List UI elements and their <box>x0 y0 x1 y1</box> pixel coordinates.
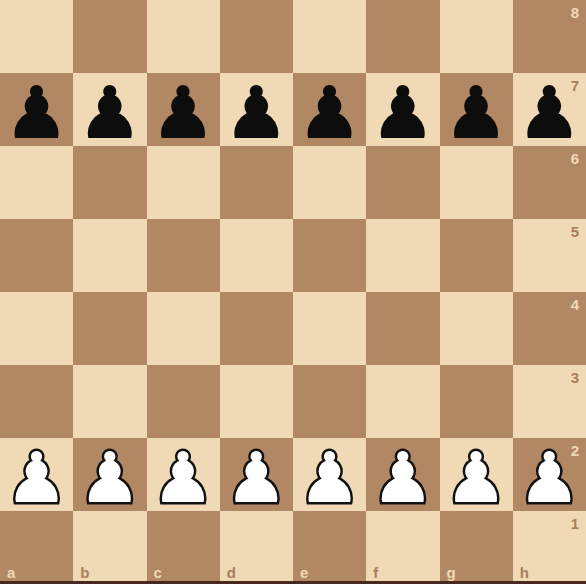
square-a2[interactable]: ♟ <box>0 438 73 511</box>
file-label-a: a <box>7 565 15 580</box>
square-h7[interactable]: ♟7 <box>513 73 586 146</box>
white-pawn[interactable]: ♟ <box>445 443 508 512</box>
white-pawn[interactable]: ♟ <box>298 443 361 512</box>
square-h8[interactable]: 8 <box>513 0 586 73</box>
square-g5[interactable] <box>440 219 513 292</box>
square-b7[interactable]: ♟ <box>73 73 146 146</box>
square-g3[interactable] <box>440 365 513 438</box>
black-pawn[interactable]: ♟ <box>5 78 68 147</box>
square-c2[interactable]: ♟ <box>147 438 220 511</box>
square-c7[interactable]: ♟ <box>147 73 220 146</box>
square-g7[interactable]: ♟ <box>440 73 513 146</box>
square-f8[interactable] <box>366 0 439 73</box>
square-c8[interactable] <box>147 0 220 73</box>
square-g8[interactable] <box>440 0 513 73</box>
square-e3[interactable] <box>293 365 366 438</box>
square-a3[interactable] <box>0 365 73 438</box>
file-label-b: b <box>80 565 89 580</box>
rank-label-6: 6 <box>571 151 579 166</box>
file-label-d: d <box>227 565 236 580</box>
file-label-f: f <box>373 565 378 580</box>
black-pawn[interactable]: ♟ <box>371 78 434 147</box>
file-label-e: e <box>300 565 308 580</box>
square-b5[interactable] <box>73 219 146 292</box>
black-pawn[interactable]: ♟ <box>225 78 288 147</box>
square-h4[interactable]: 4 <box>513 292 586 365</box>
white-pawn[interactable]: ♟ <box>152 443 215 512</box>
square-e6[interactable] <box>293 146 366 219</box>
black-pawn[interactable]: ♟ <box>152 78 215 147</box>
white-pawn[interactable]: ♟ <box>371 443 434 512</box>
square-g6[interactable] <box>440 146 513 219</box>
rank-label-1: 1 <box>571 516 579 531</box>
square-h6[interactable]: 6 <box>513 146 586 219</box>
square-f6[interactable] <box>366 146 439 219</box>
square-a1[interactable]: a <box>0 511 73 584</box>
square-b8[interactable] <box>73 0 146 73</box>
square-d4[interactable] <box>220 292 293 365</box>
rank-label-3: 3 <box>571 370 579 385</box>
file-label-h: h <box>520 565 529 580</box>
square-e4[interactable] <box>293 292 366 365</box>
square-f7[interactable]: ♟ <box>366 73 439 146</box>
square-h3[interactable]: 3 <box>513 365 586 438</box>
square-d1[interactable]: d <box>220 511 293 584</box>
square-a6[interactable] <box>0 146 73 219</box>
rank-label-8: 8 <box>571 5 579 20</box>
rank-label-2: 2 <box>571 443 579 458</box>
square-e2[interactable]: ♟ <box>293 438 366 511</box>
square-a8[interactable] <box>0 0 73 73</box>
square-c6[interactable] <box>147 146 220 219</box>
square-b6[interactable] <box>73 146 146 219</box>
square-d8[interactable] <box>220 0 293 73</box>
square-h1[interactable]: 1h <box>513 511 586 584</box>
square-f3[interactable] <box>366 365 439 438</box>
square-e8[interactable] <box>293 0 366 73</box>
square-c1[interactable]: c <box>147 511 220 584</box>
square-a5[interactable] <box>0 219 73 292</box>
square-f5[interactable] <box>366 219 439 292</box>
black-pawn[interactable]: ♟ <box>78 78 141 147</box>
square-f2[interactable]: ♟ <box>366 438 439 511</box>
square-f1[interactable]: f <box>366 511 439 584</box>
square-e1[interactable]: e <box>293 511 366 584</box>
rank-label-4: 4 <box>571 297 579 312</box>
square-d6[interactable] <box>220 146 293 219</box>
white-pawn[interactable]: ♟ <box>78 443 141 512</box>
chess-board: 8♟♟♟♟♟♟♟♟76543♟♟♟♟♟♟♟♟2abcdefg1h <box>0 0 586 584</box>
square-a4[interactable] <box>0 292 73 365</box>
square-e5[interactable] <box>293 219 366 292</box>
white-pawn[interactable]: ♟ <box>5 443 68 512</box>
square-c5[interactable] <box>147 219 220 292</box>
file-label-g: g <box>447 565 456 580</box>
square-b3[interactable] <box>73 365 146 438</box>
square-a7[interactable]: ♟ <box>0 73 73 146</box>
white-pawn[interactable]: ♟ <box>225 443 288 512</box>
square-d3[interactable] <box>220 365 293 438</box>
file-label-c: c <box>154 565 162 580</box>
square-d2[interactable]: ♟ <box>220 438 293 511</box>
square-g4[interactable] <box>440 292 513 365</box>
black-pawn[interactable]: ♟ <box>445 78 508 147</box>
square-g2[interactable]: ♟ <box>440 438 513 511</box>
square-e7[interactable]: ♟ <box>293 73 366 146</box>
square-f4[interactable] <box>366 292 439 365</box>
rank-label-7: 7 <box>571 78 579 93</box>
square-b2[interactable]: ♟ <box>73 438 146 511</box>
square-h5[interactable]: 5 <box>513 219 586 292</box>
square-g1[interactable]: g <box>440 511 513 584</box>
square-c3[interactable] <box>147 365 220 438</box>
square-b4[interactable] <box>73 292 146 365</box>
square-b1[interactable]: b <box>73 511 146 584</box>
rank-label-5: 5 <box>571 224 579 239</box>
square-d5[interactable] <box>220 219 293 292</box>
black-pawn[interactable]: ♟ <box>298 78 361 147</box>
square-d7[interactable]: ♟ <box>220 73 293 146</box>
square-h2[interactable]: ♟2 <box>513 438 586 511</box>
chess-board-container: 8♟♟♟♟♟♟♟♟76543♟♟♟♟♟♟♟♟2abcdefg1h <box>0 0 586 584</box>
square-c4[interactable] <box>147 292 220 365</box>
